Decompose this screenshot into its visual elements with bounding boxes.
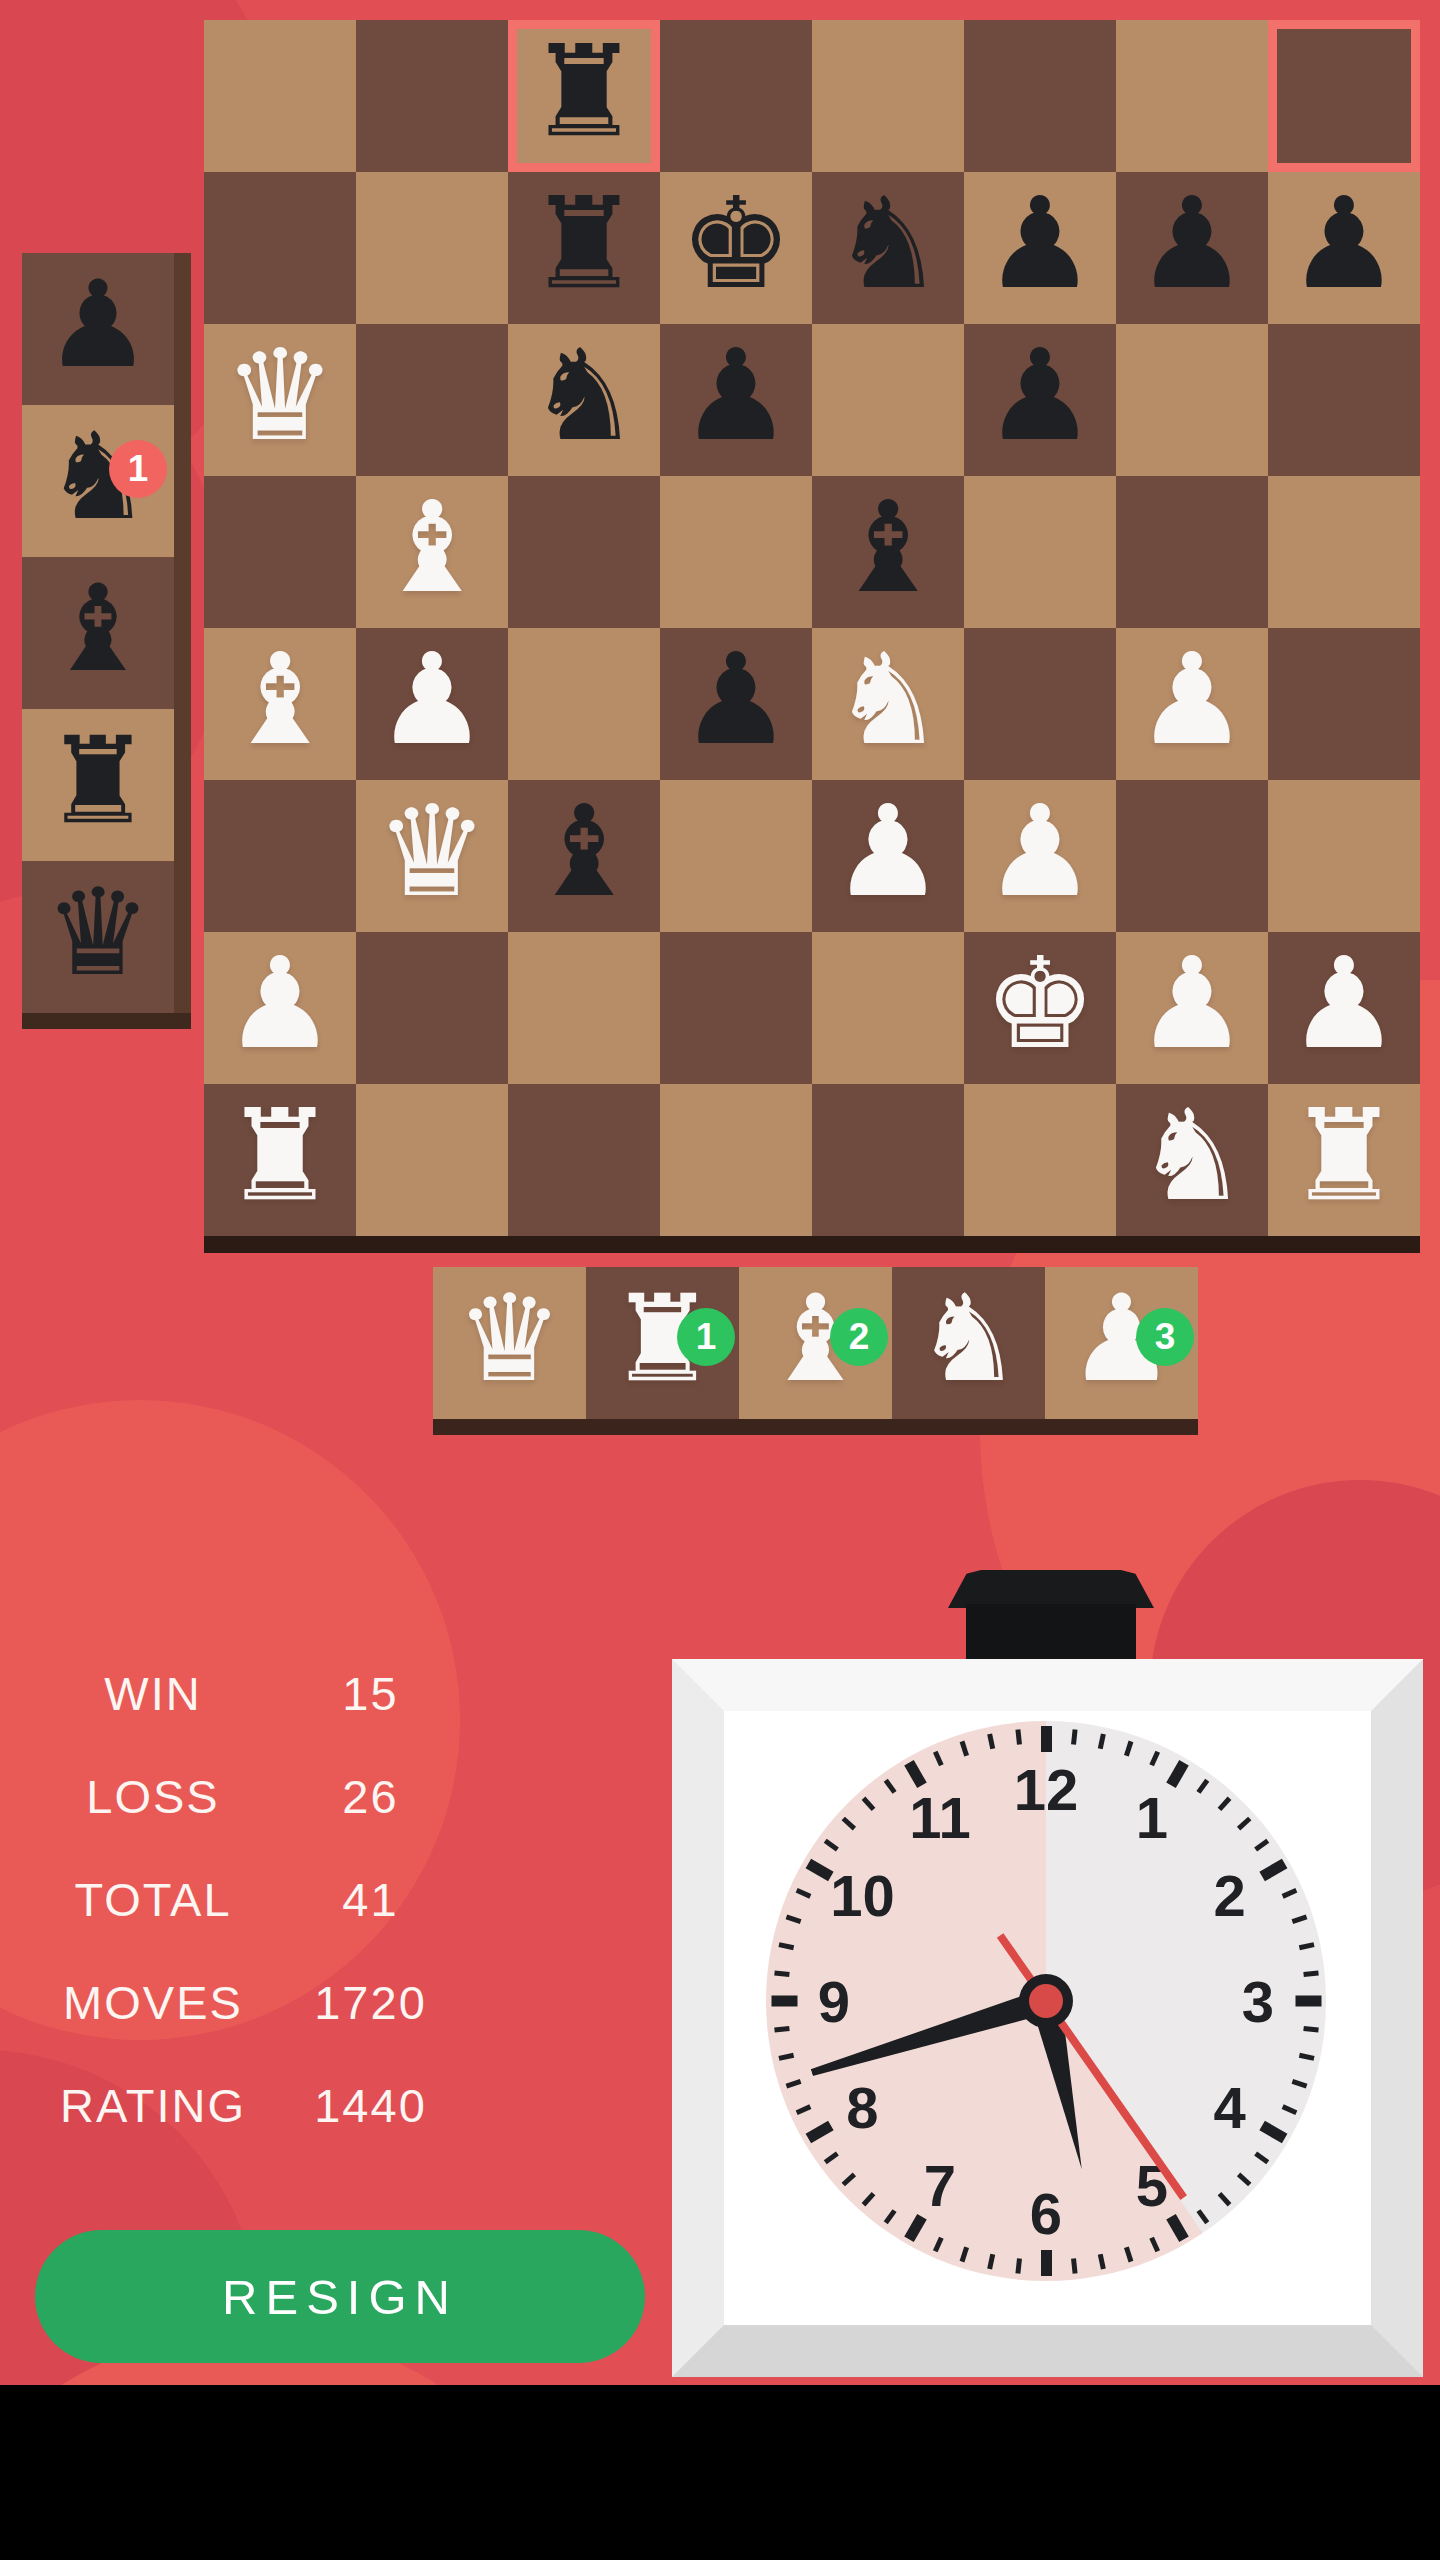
tray-cell-black-bishop: ♝	[22, 557, 174, 709]
square-b7[interactable]	[356, 172, 508, 324]
clock-tick	[861, 2191, 875, 2205]
white-pawn: ♟	[1136, 941, 1249, 1067]
clock-tick	[774, 2026, 789, 2033]
black-pawn: ♟	[984, 181, 1097, 307]
clock-tick	[823, 1838, 838, 1851]
clock-tick	[1149, 1750, 1160, 1766]
square-c7[interactable]: ♜	[508, 172, 660, 324]
clock-number-10: 10	[830, 1862, 895, 1929]
clock-tick	[883, 2209, 896, 2224]
square-b1[interactable]	[356, 1084, 508, 1236]
clock-tick	[778, 2052, 794, 2060]
clock-tick	[1041, 1726, 1052, 1752]
count-badge: 2	[830, 1308, 888, 1366]
tray-cell-white-rook: ♜1	[586, 1267, 739, 1419]
square-d1[interactable]	[660, 1084, 812, 1236]
square-a2[interactable]: ♟	[204, 932, 356, 1084]
clock-tick	[1236, 2172, 1250, 2186]
bottom-bar	[0, 2385, 1440, 2560]
square-c1[interactable]	[508, 1084, 660, 1236]
square-d6[interactable]: ♟	[660, 324, 812, 476]
square-g3[interactable]	[1116, 780, 1268, 932]
square-c2[interactable]	[508, 932, 660, 1084]
clock-tick	[1236, 1816, 1250, 1830]
square-b6[interactable]	[356, 324, 508, 476]
square-b2[interactable]	[356, 932, 508, 1084]
clock-number-6: 6	[1030, 2180, 1062, 2247]
clock-tick	[1196, 2209, 1209, 2224]
white-bishop: ♝	[224, 637, 337, 763]
square-h5[interactable]	[1268, 476, 1420, 628]
clock-tick	[1303, 2026, 1318, 2033]
clock-tick	[883, 1778, 896, 1793]
stat-value: 41	[288, 1872, 453, 1927]
square-e7[interactable]: ♞	[812, 172, 964, 324]
stat-row-total: TOTAL41	[0, 1874, 480, 1924]
square-c6[interactable]: ♞	[508, 324, 660, 476]
square-h1[interactable]: ♜	[1268, 1084, 1420, 1236]
square-e2[interactable]	[812, 932, 964, 1084]
clock-tick	[1281, 1887, 1297, 1898]
tray-cell-black-knight: ♞1	[22, 405, 174, 557]
stat-row-win: WIN15	[0, 1668, 480, 1718]
square-b8[interactable]	[356, 20, 508, 172]
stat-value: 15	[288, 1666, 453, 1721]
tray-cell-black-queen: ♛	[22, 861, 174, 1013]
count-badge: 1	[109, 440, 167, 498]
square-h4[interactable]	[1268, 628, 1420, 780]
clock-tick	[841, 1816, 855, 1830]
clock-number-11: 11	[909, 1784, 970, 1851]
clock-tick	[932, 1750, 943, 1766]
clock-tick	[805, 1859, 833, 1882]
tray-cell-black-pawn: ♟	[22, 253, 174, 405]
stat-value: 1720	[288, 1975, 453, 2030]
square-f8[interactable]	[964, 20, 1116, 172]
clock-number-12: 12	[1014, 1756, 1079, 1823]
clock-tick	[1149, 2236, 1160, 2252]
clock-number-9: 9	[818, 1968, 850, 2035]
clock-tick	[1254, 1838, 1269, 1851]
clock-tick	[1166, 2214, 1189, 2242]
black-queen: ♛	[44, 873, 152, 993]
black-pawn: ♟	[44, 265, 152, 385]
clock-tick	[987, 1733, 995, 1749]
clock-tick	[1295, 1996, 1321, 2007]
white-knight: ♞	[832, 637, 945, 763]
square-g5[interactable]	[1116, 476, 1268, 628]
clock-tick	[771, 1996, 797, 2007]
clock-tick	[795, 2104, 811, 2115]
tray-cell-white-knight: ♞	[892, 1267, 1045, 1419]
tray-cell-white-bishop: ♝2	[739, 1267, 892, 1419]
stat-row-moves: MOVES1720	[0, 1977, 480, 2027]
clock-tick	[1071, 1729, 1078, 1744]
black-bishop: ♝	[832, 485, 945, 611]
clock-tick	[1259, 2121, 1287, 2144]
clock-tick	[1217, 2191, 1231, 2205]
white-knight: ♞	[1136, 1093, 1249, 1219]
square-f6[interactable]: ♟	[964, 324, 1116, 476]
white-pawn: ♟	[376, 637, 489, 763]
white-knight: ♞	[915, 1279, 1023, 1399]
black-pawn: ♟	[680, 333, 793, 459]
count-badge: 1	[677, 1308, 735, 1366]
stats-panel: WIN15LOSS26TOTAL41MOVES1720RATING1440	[0, 1668, 480, 2183]
clock-tick	[1015, 2258, 1022, 2273]
square-d2[interactable]	[660, 932, 812, 1084]
stat-value: 26	[288, 1769, 453, 1824]
clock-tick	[861, 1796, 875, 1810]
white-queen: ♛	[376, 789, 489, 915]
square-h8[interactable]	[1268, 20, 1420, 172]
square-e6[interactable]	[812, 324, 964, 476]
square-f2[interactable]: ♚	[964, 932, 1116, 1084]
square-h2[interactable]: ♟	[1268, 932, 1420, 1084]
resign-button[interactable]: RESIGN	[35, 2230, 645, 2363]
black-rook: ♜	[528, 29, 641, 155]
square-d7[interactable]: ♚	[660, 172, 812, 324]
black-rook: ♜	[528, 181, 641, 307]
clock-tick	[1254, 2151, 1269, 2164]
white-pawn: ♟	[1136, 637, 1249, 763]
clock-number-4: 4	[1213, 2074, 1245, 2141]
square-f4[interactable]	[964, 628, 1116, 780]
white-rook: ♜	[224, 1093, 337, 1219]
square-h6[interactable]	[1268, 324, 1420, 476]
black-knight: ♞	[528, 333, 641, 459]
stat-value: 1440	[288, 2078, 453, 2133]
square-h7[interactable]: ♟	[1268, 172, 1420, 324]
square-c3[interactable]: ♝	[508, 780, 660, 932]
tray-3d-edge	[174, 253, 191, 1029]
clock-tick	[1097, 1733, 1105, 1749]
clock-tick	[778, 1942, 794, 1950]
clock-tick	[1041, 2250, 1052, 2276]
clock-button-icon[interactable]	[948, 1570, 1154, 1608]
square-e1[interactable]	[812, 1084, 964, 1236]
tray-cell-white-queen: ♛	[433, 1267, 586, 1419]
clock-tick	[1291, 1914, 1307, 1923]
square-f5[interactable]	[964, 476, 1116, 628]
white-bishop: ♝	[376, 485, 489, 611]
board-3d-edge	[204, 1236, 1420, 1253]
black-pawn: ♟	[680, 637, 793, 763]
square-e8[interactable]	[812, 20, 964, 172]
square-e5[interactable]: ♝	[812, 476, 964, 628]
square-a3[interactable]	[204, 780, 356, 932]
square-g7[interactable]: ♟	[1116, 172, 1268, 324]
square-c5[interactable]	[508, 476, 660, 628]
square-a1[interactable]: ♜	[204, 1084, 356, 1236]
clock-tick	[841, 2172, 855, 2186]
white-pawn: ♟	[984, 789, 1097, 915]
clock-tick	[1259, 1859, 1287, 1882]
square-e3[interactable]: ♟	[812, 780, 964, 932]
stat-label: WIN	[28, 1666, 278, 1721]
black-king: ♚	[680, 181, 793, 307]
stat-label: TOTAL	[28, 1872, 278, 1927]
white-queen: ♛	[456, 1279, 564, 1399]
clock-tick	[1196, 1778, 1209, 1793]
clock-tick	[1015, 1729, 1022, 1744]
square-a7[interactable]	[204, 172, 356, 324]
clock-tick	[1281, 2104, 1297, 2115]
square-f3[interactable]: ♟	[964, 780, 1116, 932]
clock-tick	[987, 2253, 995, 2269]
black-bishop: ♝	[44, 569, 152, 689]
square-f7[interactable]: ♟	[964, 172, 1116, 324]
clock-tick	[823, 2151, 838, 2164]
clock-tick	[1097, 2253, 1105, 2269]
square-h3[interactable]	[1268, 780, 1420, 932]
white-pawn: ♟	[832, 789, 945, 915]
stat-row-loss: LOSS26	[0, 1771, 480, 1821]
stat-row-rating: RATING1440	[0, 2080, 480, 2130]
stat-label: MOVES	[28, 1975, 278, 2030]
square-a5[interactable]	[204, 476, 356, 628]
clock-tick	[1166, 1760, 1189, 1788]
clock-tick	[785, 1914, 801, 1923]
white-pawn: ♟	[224, 941, 337, 1067]
square-f1[interactable]	[964, 1084, 1116, 1236]
stat-label: LOSS	[28, 1769, 278, 1824]
count-badge: 3	[1136, 1308, 1194, 1366]
clock-tick	[795, 1887, 811, 1898]
clock-tick	[1071, 2258, 1078, 2273]
clock-tick	[1303, 1970, 1318, 1977]
white-rook: ♜	[1288, 1093, 1401, 1219]
square-a4[interactable]: ♝	[204, 628, 356, 780]
square-g4[interactable]: ♟	[1116, 628, 1268, 780]
black-bishop: ♝	[528, 789, 641, 915]
tray-cell-white-pawn: ♟3	[1045, 1267, 1198, 1419]
clock-tick	[774, 1970, 789, 1977]
tray-3d-edge	[22, 1013, 191, 1029]
captured-white-pieces-tray: ♛♜1♝2♞♟3	[433, 1267, 1198, 1419]
square-g8[interactable]	[1116, 20, 1268, 172]
clock-number-7: 7	[924, 2151, 956, 2218]
clock-face: 121234567891011	[766, 1721, 1326, 2281]
white-queen: ♛	[224, 333, 337, 459]
square-e4[interactable]: ♞	[812, 628, 964, 780]
chess-board: ♜♜♚♞♟♟♟♛♞♟♟♝♝♝♟♟♞♟♛♝♟♟♟♚♟♟♜♞♜	[204, 20, 1420, 1236]
clock-hub-inner	[1029, 1984, 1063, 2018]
square-d3[interactable]	[660, 780, 812, 932]
clock-tick	[932, 2236, 943, 2252]
clock-tick	[1298, 2052, 1314, 2060]
stat-label: RATING	[28, 2078, 278, 2133]
black-pawn: ♟	[984, 333, 1097, 459]
clock-button-stem	[966, 1604, 1136, 1662]
clock-number-1: 1	[1136, 1784, 1168, 1851]
square-b4[interactable]: ♟	[356, 628, 508, 780]
square-a8[interactable]	[204, 20, 356, 172]
tray-3d-edge	[433, 1419, 1198, 1435]
black-rook: ♜	[44, 721, 152, 841]
clock-tick	[959, 1740, 968, 1756]
clock-tick	[1124, 1740, 1133, 1756]
clock-number-2: 2	[1213, 1862, 1245, 1929]
square-c8[interactable]: ♜	[508, 20, 660, 172]
square-g6[interactable]	[1116, 324, 1268, 476]
black-pawn: ♟	[1136, 181, 1249, 307]
square-d4[interactable]: ♟	[660, 628, 812, 780]
square-d5[interactable]	[660, 476, 812, 628]
square-b3[interactable]: ♛	[356, 780, 508, 932]
app-screen: ♟♞1♝♜♛ ♜♜♚♞♟♟♟♛♞♟♟♝♝♝♟♟♞♟♛♝♟♟♟♚♟♟♜♞♜ ♛♜1…	[0, 0, 1440, 2560]
black-pawn: ♟	[1288, 181, 1401, 307]
square-c4[interactable]	[508, 628, 660, 780]
clock-tick	[1291, 2079, 1307, 2088]
clock-tick	[1298, 1942, 1314, 1950]
square-g1[interactable]: ♞	[1116, 1084, 1268, 1236]
square-d8[interactable]	[660, 20, 812, 172]
clock-number-8: 8	[846, 2074, 878, 2141]
black-knight: ♞	[832, 181, 945, 307]
clock-tick	[785, 2079, 801, 2088]
clock-tick	[1124, 2246, 1133, 2262]
white-king: ♚	[984, 941, 1097, 1067]
clock-number-3: 3	[1242, 1968, 1274, 2035]
white-pawn: ♟	[1288, 941, 1401, 1067]
clock-tick	[805, 2121, 833, 2144]
square-g2[interactable]: ♟	[1116, 932, 1268, 1084]
square-b5[interactable]: ♝	[356, 476, 508, 628]
captured-black-pieces-tray: ♟♞1♝♜♛	[22, 253, 174, 1013]
clock-tick	[959, 2246, 968, 2262]
clock-tick	[1217, 1796, 1231, 1810]
square-a6[interactable]: ♛	[204, 324, 356, 476]
tray-cell-black-rook: ♜	[22, 709, 174, 861]
